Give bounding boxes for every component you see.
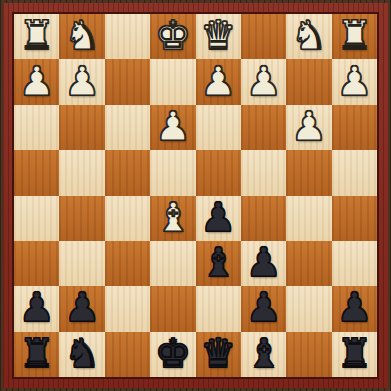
square-f6[interactable] <box>105 241 150 286</box>
square-g1[interactable]: ♞ <box>59 14 104 59</box>
square-f4[interactable] <box>105 150 150 195</box>
square-g6[interactable] <box>59 241 104 286</box>
square-a2[interactable]: ♟ <box>332 59 377 104</box>
square-e7[interactable] <box>150 286 195 331</box>
square-b3[interactable]: ♟ <box>286 105 331 150</box>
square-c8[interactable]: ♝ <box>241 332 286 377</box>
square-b4[interactable] <box>286 150 331 195</box>
square-g4[interactable] <box>59 150 104 195</box>
chess-app: ♜♞♚♛♞♜♟♟♟♟♟♟♟♝♟♝♟♟♟♟♟♜♞♚♛♝♜ <box>0 0 391 391</box>
square-g3[interactable] <box>59 105 104 150</box>
square-a8[interactable]: ♜ <box>332 332 377 377</box>
square-b5[interactable] <box>286 196 331 241</box>
square-f2[interactable] <box>105 59 150 104</box>
square-a3[interactable] <box>332 105 377 150</box>
piece-white-knight[interactable]: ♞ <box>291 14 327 58</box>
square-e2[interactable] <box>150 59 195 104</box>
piece-white-pawn[interactable]: ♟ <box>336 59 372 103</box>
square-c6[interactable]: ♟ <box>241 241 286 286</box>
piece-white-pawn[interactable]: ♟ <box>291 105 327 149</box>
piece-white-knight[interactable]: ♞ <box>64 14 100 58</box>
square-e4[interactable] <box>150 150 195 195</box>
square-h1[interactable]: ♜ <box>14 14 59 59</box>
piece-black-pawn[interactable]: ♟ <box>64 286 100 330</box>
piece-white-pawn[interactable]: ♟ <box>200 59 236 103</box>
square-f5[interactable] <box>105 196 150 241</box>
square-b1[interactable]: ♞ <box>286 14 331 59</box>
square-g2[interactable]: ♟ <box>59 59 104 104</box>
board-outer-edge: ♜♞♚♛♞♜♟♟♟♟♟♟♟♝♟♝♟♟♟♟♟♜♞♚♛♝♜ <box>0 0 391 391</box>
square-f7[interactable] <box>105 286 150 331</box>
square-h2[interactable]: ♟ <box>14 59 59 104</box>
square-d6[interactable]: ♝ <box>196 241 241 286</box>
piece-white-pawn[interactable]: ♟ <box>246 59 282 103</box>
square-c4[interactable] <box>241 150 286 195</box>
square-g7[interactable]: ♟ <box>59 286 104 331</box>
square-a7[interactable]: ♟ <box>332 286 377 331</box>
square-e6[interactable] <box>150 241 195 286</box>
piece-black-bishop[interactable]: ♝ <box>246 332 282 376</box>
board-frame: ♜♞♚♛♞♜♟♟♟♟♟♟♟♝♟♝♟♟♟♟♟♜♞♚♛♝♜ <box>3 3 388 388</box>
square-h4[interactable] <box>14 150 59 195</box>
square-h3[interactable] <box>14 105 59 150</box>
piece-black-pawn[interactable]: ♟ <box>246 241 282 285</box>
square-d4[interactable] <box>196 150 241 195</box>
piece-white-queen[interactable]: ♛ <box>200 14 236 58</box>
square-e8[interactable]: ♚ <box>150 332 195 377</box>
square-b7[interactable] <box>286 286 331 331</box>
piece-black-pawn[interactable]: ♟ <box>19 286 55 330</box>
square-h5[interactable] <box>14 196 59 241</box>
square-e5[interactable]: ♝ <box>150 196 195 241</box>
piece-black-rook[interactable]: ♜ <box>336 332 372 376</box>
piece-white-pawn[interactable]: ♟ <box>155 105 191 149</box>
square-f3[interactable] <box>105 105 150 150</box>
square-g5[interactable] <box>59 196 104 241</box>
piece-white-king[interactable]: ♚ <box>155 14 191 58</box>
square-c3[interactable] <box>241 105 286 150</box>
square-a4[interactable] <box>332 150 377 195</box>
piece-black-pawn[interactable]: ♟ <box>200 196 236 240</box>
piece-black-knight[interactable]: ♞ <box>64 332 100 376</box>
square-d2[interactable]: ♟ <box>196 59 241 104</box>
square-b6[interactable] <box>286 241 331 286</box>
square-d7[interactable] <box>196 286 241 331</box>
square-d1[interactable]: ♛ <box>196 14 241 59</box>
square-a6[interactable] <box>332 241 377 286</box>
square-c2[interactable]: ♟ <box>241 59 286 104</box>
square-g8[interactable]: ♞ <box>59 332 104 377</box>
piece-white-pawn[interactable]: ♟ <box>64 59 100 103</box>
piece-white-rook[interactable]: ♜ <box>336 14 372 58</box>
square-a5[interactable] <box>332 196 377 241</box>
square-c7[interactable]: ♟ <box>241 286 286 331</box>
piece-white-rook[interactable]: ♜ <box>19 14 55 58</box>
square-d8[interactable]: ♛ <box>196 332 241 377</box>
square-e1[interactable]: ♚ <box>150 14 195 59</box>
piece-black-king[interactable]: ♚ <box>155 332 191 376</box>
square-f1[interactable] <box>105 14 150 59</box>
piece-black-bishop[interactable]: ♝ <box>200 241 236 285</box>
square-b8[interactable] <box>286 332 331 377</box>
square-h6[interactable] <box>14 241 59 286</box>
square-b2[interactable] <box>286 59 331 104</box>
square-c5[interactable] <box>241 196 286 241</box>
piece-black-pawn[interactable]: ♟ <box>246 286 282 330</box>
square-h8[interactable]: ♜ <box>14 332 59 377</box>
piece-white-bishop[interactable]: ♝ <box>155 196 191 240</box>
piece-black-rook[interactable]: ♜ <box>19 332 55 376</box>
piece-black-pawn[interactable]: ♟ <box>336 286 372 330</box>
square-e3[interactable]: ♟ <box>150 105 195 150</box>
piece-white-pawn[interactable]: ♟ <box>19 59 55 103</box>
square-h7[interactable]: ♟ <box>14 286 59 331</box>
square-d3[interactable] <box>196 105 241 150</box>
square-d5[interactable]: ♟ <box>196 196 241 241</box>
square-a1[interactable]: ♜ <box>332 14 377 59</box>
square-f8[interactable] <box>105 332 150 377</box>
square-c1[interactable] <box>241 14 286 59</box>
chess-board: ♜♞♚♛♞♜♟♟♟♟♟♟♟♝♟♝♟♟♟♟♟♜♞♚♛♝♜ <box>12 12 379 379</box>
piece-black-queen[interactable]: ♛ <box>200 332 236 376</box>
